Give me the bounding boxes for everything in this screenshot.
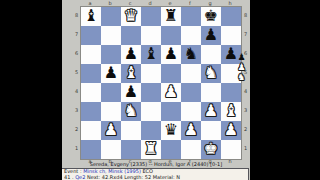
- square-g7[interactable]: ♟: [201, 26, 221, 45]
- square-h2[interactable]: ♟: [221, 121, 241, 140]
- piece-black-knight: ♞: [181, 45, 201, 64]
- game-title: Sereda, Evgeny (2335) -- Hordun, Igor A …: [62, 161, 250, 167]
- square-b4[interactable]: [101, 83, 121, 102]
- piece-black-pawn: ♟: [161, 45, 181, 64]
- square-c4[interactable]: ♟: [121, 83, 141, 102]
- square-a1[interactable]: [81, 140, 101, 159]
- piece-black-bishop: ♝: [81, 7, 101, 26]
- rank-label-5: 5: [74, 63, 79, 82]
- square-g4[interactable]: [201, 83, 221, 102]
- piece-white-bishop: ♝: [221, 102, 241, 121]
- square-e5[interactable]: [161, 64, 181, 83]
- info-text-segment: 41 .: [64, 174, 75, 180]
- square-c7[interactable]: [121, 26, 141, 45]
- square-e7[interactable]: [161, 26, 181, 45]
- piece-white-bishop: ♝: [121, 64, 141, 83]
- square-c3[interactable]: ♞: [121, 102, 141, 121]
- rank-label-3: 3: [74, 101, 79, 120]
- square-d4[interactable]: [141, 83, 161, 102]
- square-f5[interactable]: [181, 64, 201, 83]
- square-b6[interactable]: [101, 45, 121, 64]
- piece-black-rook: ♜: [161, 7, 181, 26]
- square-f8[interactable]: [181, 7, 201, 26]
- piece-black-pawn: ♟: [101, 64, 121, 83]
- rank-label-1: 1: [243, 139, 248, 158]
- rank-label-8: 8: [74, 6, 79, 25]
- square-d7[interactable]: [141, 26, 161, 45]
- square-g8[interactable]: ♚: [201, 7, 221, 26]
- square-g1[interactable]: ♚: [201, 140, 221, 159]
- piece-white-pawn: ♟: [101, 121, 121, 140]
- square-b2[interactable]: ♟: [101, 121, 121, 140]
- square-d5[interactable]: [141, 64, 161, 83]
- rank-label-4: 4: [243, 82, 248, 101]
- square-a4[interactable]: [81, 83, 101, 102]
- app-window: abcdefgh abcdefgh 87654321 87654321 ♝♛♜♚…: [62, 0, 250, 180]
- piece-white-knight: ♞: [121, 102, 141, 121]
- square-d8[interactable]: [141, 7, 161, 26]
- square-b3[interactable]: [101, 102, 121, 121]
- square-d2[interactable]: [141, 121, 161, 140]
- square-e2[interactable]: ♛: [161, 121, 181, 140]
- rank-label-2: 2: [74, 120, 79, 139]
- piece-white-pawn: ♟: [221, 121, 241, 140]
- rank-label-2: 2: [243, 120, 248, 139]
- square-h3[interactable]: ♝: [221, 102, 241, 121]
- square-a6[interactable]: [81, 45, 101, 64]
- square-a8[interactable]: ♝: [81, 7, 101, 26]
- square-e8[interactable]: ♜: [161, 7, 181, 26]
- rank-label-8: 8: [243, 6, 248, 25]
- screenshot-root: { "game": "chess", "position": { "fen": …: [0, 0, 320, 180]
- rank-labels-left: 87654321: [74, 6, 79, 158]
- material-tray: ♟♟♞: [236, 52, 247, 82]
- chess-board: ♝♛♜♚♟♟♝♟♞♟♟♝♞♟♟♞♟♝♟♛♟♟♜♚: [80, 6, 242, 160]
- piece-black-king: ♚: [201, 7, 221, 26]
- square-b8[interactable]: [101, 7, 121, 26]
- material-black-pawn: ♟: [236, 52, 247, 62]
- rank-label-7: 7: [243, 25, 248, 44]
- square-b1[interactable]: [101, 140, 121, 159]
- piece-black-bishop: ♝: [141, 45, 161, 64]
- piece-white-pawn: ♟: [161, 83, 181, 102]
- square-e3[interactable]: [161, 102, 181, 121]
- square-h7[interactable]: [221, 26, 241, 45]
- piece-white-king: ♚: [201, 140, 221, 159]
- piece-black-pawn: ♟: [121, 45, 141, 64]
- piece-white-queen: ♛: [121, 7, 141, 26]
- material-white-knight: ♞: [236, 72, 247, 82]
- square-e4[interactable]: ♟: [161, 83, 181, 102]
- square-c1[interactable]: [121, 140, 141, 159]
- rank-label-4: 4: [74, 82, 79, 101]
- square-e6[interactable]: ♟: [161, 45, 181, 64]
- info-line-moves: 41 . Qe2 Next: 42.Rxd4 Length: 52 Materi…: [64, 175, 248, 180]
- square-f3[interactable]: [181, 102, 201, 121]
- rank-labels-right: 87654321: [243, 6, 248, 158]
- square-f7[interactable]: [181, 26, 201, 45]
- info-panel: Event : Minsk ch, Minsk (1995) ECO 41 . …: [62, 168, 249, 180]
- square-b5[interactable]: ♟: [101, 64, 121, 83]
- square-h1[interactable]: [221, 140, 241, 159]
- square-c5[interactable]: ♝: [121, 64, 141, 83]
- square-d1[interactable]: ♜: [141, 140, 161, 159]
- square-c8[interactable]: ♛: [121, 7, 141, 26]
- material-white-pawn: ♟: [236, 62, 247, 72]
- square-h8[interactable]: [221, 7, 241, 26]
- info-text-segment: Qe2: [75, 174, 85, 180]
- rank-label-1: 1: [74, 139, 79, 158]
- rank-label-7: 7: [74, 25, 79, 44]
- square-c2[interactable]: [121, 121, 141, 140]
- square-g2[interactable]: [201, 121, 221, 140]
- square-f2[interactable]: ♟: [181, 121, 201, 140]
- square-d3[interactable]: [141, 102, 161, 121]
- piece-white-rook: ♜: [141, 140, 161, 159]
- square-g6[interactable]: [201, 45, 221, 64]
- square-d6[interactable]: ♝: [141, 45, 161, 64]
- square-g3[interactable]: ♟: [201, 102, 221, 121]
- square-a3[interactable]: [81, 102, 101, 121]
- piece-white-pawn: ♟: [201, 102, 221, 121]
- piece-black-pawn: ♟: [201, 26, 221, 45]
- rank-label-3: 3: [243, 101, 248, 120]
- square-f4[interactable]: [181, 83, 201, 102]
- square-e1[interactable]: [161, 140, 181, 159]
- square-a5[interactable]: [81, 64, 101, 83]
- rank-label-6: 6: [74, 44, 79, 63]
- square-f1[interactable]: [181, 140, 201, 159]
- piece-white-knight: ♞: [201, 64, 221, 83]
- square-a7[interactable]: [81, 26, 101, 45]
- square-c6[interactable]: ♟: [121, 45, 141, 64]
- piece-black-pawn: ♟: [121, 83, 141, 102]
- square-f6[interactable]: ♞: [181, 45, 201, 64]
- square-g5[interactable]: ♞: [201, 64, 221, 83]
- piece-white-pawn: ♟: [181, 121, 201, 140]
- square-h4[interactable]: [221, 83, 241, 102]
- square-a2[interactable]: [81, 121, 101, 140]
- square-b7[interactable]: [101, 26, 121, 45]
- info-text-segment: Next: 42.Rxd4 Length: 52 Material: N: [85, 174, 180, 180]
- piece-black-queen: ♛: [161, 121, 181, 140]
